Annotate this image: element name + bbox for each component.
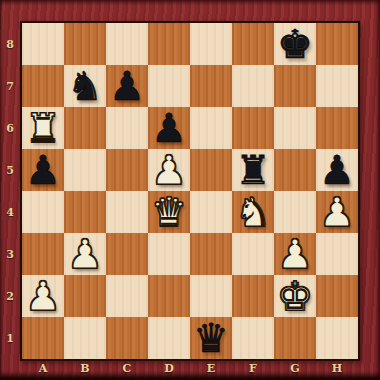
square-h6[interactable]: [316, 107, 358, 149]
square-b8[interactable]: [64, 23, 106, 65]
file-label-e: E: [190, 359, 232, 377]
square-c1[interactable]: [106, 317, 148, 359]
square-f1[interactable]: [232, 317, 274, 359]
square-b3[interactable]: ♟: [64, 233, 106, 275]
square-d7[interactable]: [148, 65, 190, 107]
square-a5[interactable]: ♟: [22, 149, 64, 191]
file-label-g: G: [274, 359, 316, 377]
file-label-b: B: [64, 359, 106, 377]
black-queen-e1[interactable]: ♛: [193, 317, 229, 359]
square-a7[interactable]: [22, 65, 64, 107]
rank-label-1: 1: [0, 317, 20, 359]
square-g1[interactable]: [274, 317, 316, 359]
rank-label-5: 5: [0, 149, 20, 191]
white-rook-a6[interactable]: ♜: [25, 107, 61, 149]
rank-label-7: 7: [0, 65, 20, 107]
square-f6[interactable]: [232, 107, 274, 149]
square-a4[interactable]: [22, 191, 64, 233]
square-f3[interactable]: [232, 233, 274, 275]
square-g8[interactable]: ♚: [274, 23, 316, 65]
square-f7[interactable]: [232, 65, 274, 107]
square-g3[interactable]: ♟: [274, 233, 316, 275]
square-b7[interactable]: ♞: [64, 65, 106, 107]
square-g6[interactable]: [274, 107, 316, 149]
square-c6[interactable]: [106, 107, 148, 149]
square-d8[interactable]: [148, 23, 190, 65]
square-e3[interactable]: [190, 233, 232, 275]
white-pawn-h4[interactable]: ♟: [319, 191, 355, 233]
square-g5[interactable]: [274, 149, 316, 191]
black-pawn-a5[interactable]: ♟: [25, 149, 61, 191]
square-g4[interactable]: [274, 191, 316, 233]
square-h8[interactable]: [316, 23, 358, 65]
black-rook-f5[interactable]: ♜: [235, 149, 271, 191]
square-b4[interactable]: [64, 191, 106, 233]
file-label-f: F: [232, 359, 274, 377]
square-c3[interactable]: [106, 233, 148, 275]
square-b6[interactable]: [64, 107, 106, 149]
square-e8[interactable]: [190, 23, 232, 65]
square-d5[interactable]: ♟: [148, 149, 190, 191]
square-e5[interactable]: [190, 149, 232, 191]
square-e6[interactable]: [190, 107, 232, 149]
square-c5[interactable]: [106, 149, 148, 191]
square-b5[interactable]: [64, 149, 106, 191]
square-f5[interactable]: ♜: [232, 149, 274, 191]
square-e4[interactable]: [190, 191, 232, 233]
file-label-c: C: [106, 359, 148, 377]
square-d3[interactable]: [148, 233, 190, 275]
square-f2[interactable]: [232, 275, 274, 317]
square-d1[interactable]: [148, 317, 190, 359]
square-c2[interactable]: [106, 275, 148, 317]
square-a1[interactable]: [22, 317, 64, 359]
black-pawn-c7[interactable]: ♟: [109, 65, 145, 107]
square-c4[interactable]: [106, 191, 148, 233]
square-a6[interactable]: ♜: [22, 107, 64, 149]
square-g7[interactable]: [274, 65, 316, 107]
square-h2[interactable]: [316, 275, 358, 317]
white-pawn-g3[interactable]: ♟: [277, 233, 313, 275]
chess-board-frame: ♚♞♟♜♟♟♟♜♟♛♞♟♟♟♟♚♛ 87654321ABCDEFGH: [0, 0, 380, 380]
square-a8[interactable]: [22, 23, 64, 65]
square-e1[interactable]: ♛: [190, 317, 232, 359]
white-pawn-b3[interactable]: ♟: [67, 233, 103, 275]
square-e2[interactable]: [190, 275, 232, 317]
file-label-d: D: [148, 359, 190, 377]
rank-label-3: 3: [0, 233, 20, 275]
square-g2[interactable]: ♚: [274, 275, 316, 317]
square-c7[interactable]: ♟: [106, 65, 148, 107]
rank-label-4: 4: [0, 191, 20, 233]
chess-board: ♚♞♟♜♟♟♟♜♟♛♞♟♟♟♟♚♛: [20, 21, 360, 361]
white-pawn-a2[interactable]: ♟: [25, 275, 61, 317]
square-h7[interactable]: [316, 65, 358, 107]
square-a2[interactable]: ♟: [22, 275, 64, 317]
square-d4[interactable]: ♛: [148, 191, 190, 233]
white-queen-d4[interactable]: ♛: [151, 191, 187, 233]
white-knight-f4[interactable]: ♞: [235, 191, 271, 233]
rank-label-8: 8: [0, 23, 20, 65]
square-b1[interactable]: [64, 317, 106, 359]
file-label-h: H: [316, 359, 358, 377]
black-pawn-d6[interactable]: ♟: [151, 107, 187, 149]
square-a3[interactable]: [22, 233, 64, 275]
square-h3[interactable]: [316, 233, 358, 275]
black-pawn-h5[interactable]: ♟: [319, 149, 355, 191]
square-f4[interactable]: ♞: [232, 191, 274, 233]
square-h1[interactable]: [316, 317, 358, 359]
black-knight-b7[interactable]: ♞: [67, 65, 103, 107]
square-d6[interactable]: ♟: [148, 107, 190, 149]
square-h4[interactable]: ♟: [316, 191, 358, 233]
white-pawn-d5[interactable]: ♟: [151, 149, 187, 191]
rank-label-6: 6: [0, 107, 20, 149]
square-d2[interactable]: [148, 275, 190, 317]
square-e7[interactable]: [190, 65, 232, 107]
square-b2[interactable]: [64, 275, 106, 317]
square-f8[interactable]: [232, 23, 274, 65]
white-king-g2[interactable]: ♚: [277, 275, 313, 317]
file-label-a: A: [22, 359, 64, 377]
square-c8[interactable]: [106, 23, 148, 65]
square-h5[interactable]: ♟: [316, 149, 358, 191]
black-king-g8[interactable]: ♚: [277, 23, 313, 65]
rank-label-2: 2: [0, 275, 20, 317]
